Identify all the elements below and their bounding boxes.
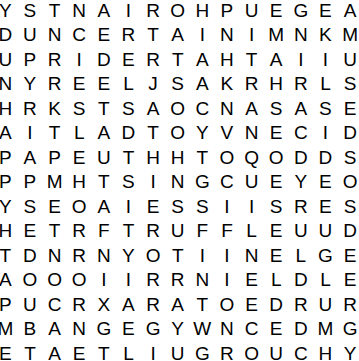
grid-cell-r5c10[interactable]: N <box>215 96 240 121</box>
grid-cell-r8c14[interactable]: E <box>313 170 338 195</box>
grid-cell-r5c15[interactable]: E <box>338 96 359 121</box>
grid-cell-r1c3[interactable]: T <box>42 0 67 23</box>
grid-cell-r7c2[interactable]: A <box>18 145 43 170</box>
grid-cell-r3c6[interactable]: E <box>116 47 141 72</box>
grid-cell-r9c10[interactable]: I <box>215 194 240 219</box>
grid-cell-r4c1[interactable]: N <box>0 72 18 97</box>
grid-cell-r6c5[interactable]: A <box>92 121 117 146</box>
grid-cell-r6c6[interactable]: D <box>116 121 141 146</box>
grid-cell-r2c15[interactable]: M <box>338 23 359 48</box>
grid-cell-r12c12[interactable]: L <box>264 268 289 293</box>
grid-cell-r5c14[interactable]: S <box>313 96 338 121</box>
grid-cell-r4c2[interactable]: Y <box>18 72 43 97</box>
grid-cell-r14c9[interactable]: W <box>190 317 215 342</box>
grid-cell-r6c13[interactable]: C <box>289 121 314 146</box>
grid-cell-r3c1[interactable]: U <box>0 47 18 72</box>
grid-cell-r9c2[interactable]: S <box>18 194 43 219</box>
grid-cell-r2c10[interactable]: N <box>215 23 240 48</box>
grid-cell-r11c11[interactable]: N <box>239 243 264 268</box>
grid-cell-r5c3[interactable]: K <box>42 96 67 121</box>
grid-cell-r10c3[interactable]: T <box>42 219 67 244</box>
grid-cell-r10c8[interactable]: U <box>165 219 190 244</box>
grid-cell-r3c10[interactable]: H <box>215 47 240 72</box>
grid-cell-r14c5[interactable]: G <box>92 317 117 342</box>
grid-cell-r8c2[interactable]: P <box>18 170 43 195</box>
grid-cell-r3c3[interactable]: R <box>42 47 67 72</box>
grid-cell-r15c10[interactable]: R <box>215 341 240 361</box>
grid-cell-r3c7[interactable]: R <box>141 47 166 72</box>
grid-cell-r9c6[interactable]: I <box>116 194 141 219</box>
grid-cell-r4c12[interactable]: H <box>264 72 289 97</box>
grid-cell-r9c9[interactable]: S <box>190 194 215 219</box>
grid-cell-r6c15[interactable]: D <box>338 121 359 146</box>
grid-cell-r15c2[interactable]: T <box>18 341 43 361</box>
grid-cell-r4c8[interactable]: S <box>165 72 190 97</box>
grid-cell-r1c10[interactable]: P <box>215 0 240 23</box>
grid-cell-r14c1[interactable]: M <box>0 317 18 342</box>
grid-cell-r7c6[interactable]: T <box>116 145 141 170</box>
grid-cell-r7c8[interactable]: H <box>165 145 190 170</box>
grid-cell-r15c1[interactable]: E <box>0 341 18 361</box>
grid-cell-r9c15[interactable]: S <box>338 194 359 219</box>
grid-cell-r12c9[interactable]: N <box>190 268 215 293</box>
grid-cell-r8c8[interactable]: N <box>165 170 190 195</box>
grid-cell-r1c11[interactable]: U <box>239 0 264 23</box>
grid-cell-r9c12[interactable]: S <box>264 194 289 219</box>
grid-cell-r14c2[interactable]: B <box>18 317 43 342</box>
grid-cell-r10c13[interactable]: U <box>289 219 314 244</box>
grid-cell-r2c6[interactable]: R <box>116 23 141 48</box>
grid-cell-r1c2[interactable]: S <box>18 0 43 23</box>
grid-cell-r13c4[interactable]: R <box>67 292 92 317</box>
grid-cell-r1c7[interactable]: R <box>141 0 166 23</box>
grid-cell-r6c9[interactable]: Y <box>190 121 215 146</box>
grid-cell-r7c5[interactable]: U <box>92 145 117 170</box>
grid-cell-r2c4[interactable]: C <box>67 23 92 48</box>
grid-cell-r15c11[interactable]: O <box>239 341 264 361</box>
grid-cell-r10c4[interactable]: R <box>67 219 92 244</box>
grid-cell-r4c5[interactable]: E <box>92 72 117 97</box>
grid-cell-r10c1[interactable]: H <box>0 219 18 244</box>
grid-cell-r5c4[interactable]: S <box>67 96 92 121</box>
grid-cell-r14c14[interactable]: M <box>313 317 338 342</box>
grid-cell-r2c1[interactable]: D <box>0 23 18 48</box>
grid-cell-r4c10[interactable]: K <box>215 72 240 97</box>
grid-cell-r12c2[interactable]: O <box>18 268 43 293</box>
grid-cell-r11c5[interactable]: N <box>92 243 117 268</box>
grid-cell-r8c10[interactable]: C <box>215 170 240 195</box>
grid-cell-r4c9[interactable]: A <box>190 72 215 97</box>
grid-cell-r15c14[interactable]: H <box>313 341 338 361</box>
grid-cell-r13c14[interactable]: U <box>313 292 338 317</box>
grid-cell-r7c12[interactable]: O <box>264 145 289 170</box>
grid-cell-r11c2[interactable]: D <box>18 243 43 268</box>
grid-cell-r14c6[interactable]: E <box>116 317 141 342</box>
grid-cell-r6c7[interactable]: T <box>141 121 166 146</box>
grid-cell-r2c9[interactable]: I <box>190 23 215 48</box>
grid-cell-r15c12[interactable]: U <box>264 341 289 361</box>
grid-cell-r12c6[interactable]: I <box>116 268 141 293</box>
grid-cell-r13c13[interactable]: R <box>289 292 314 317</box>
grid-cell-r13c11[interactable]: E <box>239 292 264 317</box>
grid-cell-r8c11[interactable]: U <box>239 170 264 195</box>
word-search-grid: YSTNAIROHPUEGEADUNCERTAINIMNKMUPRIDERTAH… <box>0 0 359 361</box>
grid-cell-r8c1[interactable]: P <box>0 170 18 195</box>
grid-cell-r1c12[interactable]: E <box>264 0 289 23</box>
grid-cell-r10c10[interactable]: F <box>215 219 240 244</box>
grid-cell-r3c2[interactable]: P <box>18 47 43 72</box>
grid-cell-r2c14[interactable]: K <box>313 23 338 48</box>
grid-cell-r12c10[interactable]: I <box>215 268 240 293</box>
grid-cell-r11c10[interactable]: I <box>215 243 240 268</box>
grid-cell-r1c4[interactable]: N <box>67 0 92 23</box>
grid-cell-r14c10[interactable]: N <box>215 317 240 342</box>
grid-cell-r11c15[interactable]: E <box>338 243 359 268</box>
grid-cell-r11c1[interactable]: T <box>0 243 18 268</box>
grid-cell-r6c1[interactable]: A <box>0 121 18 146</box>
grid-cell-r2c13[interactable]: N <box>289 23 314 48</box>
grid-cell-r15c8[interactable]: U <box>165 341 190 361</box>
grid-cell-r9c11[interactable]: I <box>239 194 264 219</box>
grid-cell-r15c7[interactable]: I <box>141 341 166 361</box>
grid-cell-r3c9[interactable]: A <box>190 47 215 72</box>
grid-cell-r14c7[interactable]: G <box>141 317 166 342</box>
grid-cell-r14c8[interactable]: Y <box>165 317 190 342</box>
grid-cell-r11c7[interactable]: O <box>141 243 166 268</box>
grid-cell-r13c1[interactable]: P <box>0 292 18 317</box>
grid-cell-r9c7[interactable]: E <box>141 194 166 219</box>
grid-cell-r8c12[interactable]: E <box>264 170 289 195</box>
grid-cell-r5c5[interactable]: T <box>92 96 117 121</box>
grid-cell-r15c13[interactable]: C <box>289 341 314 361</box>
grid-cell-r4c3[interactable]: R <box>42 72 67 97</box>
grid-cell-r10c2[interactable]: E <box>18 219 43 244</box>
grid-cell-r1c5[interactable]: A <box>92 0 117 23</box>
grid-cell-r5c9[interactable]: C <box>190 96 215 121</box>
grid-cell-r1c8[interactable]: O <box>165 0 190 23</box>
grid-cell-r3c13[interactable]: I <box>289 47 314 72</box>
grid-cell-r7c10[interactable]: O <box>215 145 240 170</box>
grid-cell-r9c4[interactable]: O <box>67 194 92 219</box>
grid-cell-r4c14[interactable]: L <box>313 72 338 97</box>
grid-cell-r13c5[interactable]: X <box>92 292 117 317</box>
grid-cell-r11c13[interactable]: L <box>289 243 314 268</box>
grid-cell-r13c3[interactable]: C <box>42 292 67 317</box>
grid-cell-r10c5[interactable]: F <box>92 219 117 244</box>
grid-cell-r6c3[interactable]: T <box>42 121 67 146</box>
grid-cell-r1c6[interactable]: I <box>116 0 141 23</box>
grid-cell-r8c3[interactable]: M <box>42 170 67 195</box>
grid-cell-r8c15[interactable]: O <box>338 170 359 195</box>
grid-cell-r2c8[interactable]: A <box>165 23 190 48</box>
grid-cell-r5c12[interactable]: S <box>264 96 289 121</box>
grid-cell-r8c5[interactable]: T <box>92 170 117 195</box>
grid-cell-r12c15[interactable]: E <box>338 268 359 293</box>
grid-cell-r3c8[interactable]: T <box>165 47 190 72</box>
grid-cell-r6c12[interactable]: E <box>264 121 289 146</box>
grid-cell-r3c11[interactable]: T <box>239 47 264 72</box>
grid-cell-r8c7[interactable]: I <box>141 170 166 195</box>
grid-cell-r12c14[interactable]: L <box>313 268 338 293</box>
grid-cell-r6c4[interactable]: L <box>67 121 92 146</box>
grid-cell-r10c9[interactable]: F <box>190 219 215 244</box>
grid-cell-r1c14[interactable]: E <box>313 0 338 23</box>
grid-cell-r13c7[interactable]: R <box>141 292 166 317</box>
grid-cell-r8c4[interactable]: H <box>67 170 92 195</box>
grid-cell-r7c14[interactable]: D <box>313 145 338 170</box>
grid-cell-r7c15[interactable]: S <box>338 145 359 170</box>
grid-cell-r9c8[interactable]: S <box>165 194 190 219</box>
grid-cell-r5c13[interactable]: A <box>289 96 314 121</box>
grid-cell-r7c4[interactable]: E <box>67 145 92 170</box>
grid-cell-r13c8[interactable]: A <box>165 292 190 317</box>
grid-cell-r13c6[interactable]: A <box>116 292 141 317</box>
grid-cell-r7c13[interactable]: D <box>289 145 314 170</box>
grid-cell-r12c1[interactable]: A <box>0 268 18 293</box>
grid-cell-r11c4[interactable]: R <box>67 243 92 268</box>
grid-cell-r11c3[interactable]: N <box>42 243 67 268</box>
grid-cell-r6c2[interactable]: I <box>18 121 43 146</box>
grid-cell-r13c2[interactable]: U <box>18 292 43 317</box>
grid-cell-r4c7[interactable]: J <box>141 72 166 97</box>
grid-cell-r5c7[interactable]: A <box>141 96 166 121</box>
grid-cell-r2c3[interactable]: N <box>42 23 67 48</box>
grid-cell-r13c10[interactable]: O <box>215 292 240 317</box>
grid-cell-r5c6[interactable]: S <box>116 96 141 121</box>
grid-cell-r9c13[interactable]: R <box>289 194 314 219</box>
grid-cell-r2c11[interactable]: I <box>239 23 264 48</box>
grid-cell-r1c13[interactable]: G <box>289 0 314 23</box>
grid-cell-r7c1[interactable]: P <box>0 145 18 170</box>
grid-cell-r13c12[interactable]: D <box>264 292 289 317</box>
grid-cell-r14c3[interactable]: A <box>42 317 67 342</box>
grid-cell-r4c13[interactable]: R <box>289 72 314 97</box>
grid-cell-r12c13[interactable]: D <box>289 268 314 293</box>
grid-cell-r4c15[interactable]: S <box>338 72 359 97</box>
grid-cell-r3c4[interactable]: I <box>67 47 92 72</box>
grid-cell-r8c6[interactable]: S <box>116 170 141 195</box>
grid-cell-r12c11[interactable]: E <box>239 268 264 293</box>
grid-cell-r6c11[interactable]: N <box>239 121 264 146</box>
grid-cell-r12c7[interactable]: R <box>141 268 166 293</box>
grid-cell-r12c4[interactable]: O <box>67 268 92 293</box>
grid-cell-r9c1[interactable]: Y <box>0 194 18 219</box>
grid-cell-r14c4[interactable]: N <box>67 317 92 342</box>
grid-cell-r5c8[interactable]: O <box>165 96 190 121</box>
grid-cell-r3c15[interactable]: U <box>338 47 359 72</box>
grid-cell-r3c5[interactable]: D <box>92 47 117 72</box>
grid-cell-r10c12[interactable]: E <box>264 219 289 244</box>
grid-cell-r10c14[interactable]: U <box>313 219 338 244</box>
grid-cell-r7c9[interactable]: T <box>190 145 215 170</box>
grid-cell-r11c9[interactable]: I <box>190 243 215 268</box>
grid-cell-r10c6[interactable]: T <box>116 219 141 244</box>
grid-cell-r15c9[interactable]: G <box>190 341 215 361</box>
grid-cell-r10c11[interactable]: L <box>239 219 264 244</box>
grid-cell-r1c9[interactable]: H <box>190 0 215 23</box>
grid-cell-r4c11[interactable]: R <box>239 72 264 97</box>
grid-cell-r15c5[interactable]: T <box>92 341 117 361</box>
grid-cell-r13c15[interactable]: R <box>338 292 359 317</box>
grid-cell-r10c7[interactable]: R <box>141 219 166 244</box>
grid-cell-r15c4[interactable]: E <box>67 341 92 361</box>
grid-cell-r11c12[interactable]: E <box>264 243 289 268</box>
grid-cell-r12c5[interactable]: I <box>92 268 117 293</box>
grid-cell-r2c5[interactable]: E <box>92 23 117 48</box>
grid-cell-r13c9[interactable]: T <box>190 292 215 317</box>
grid-cell-r14c15[interactable]: G <box>338 317 359 342</box>
grid-cell-r11c8[interactable]: T <box>165 243 190 268</box>
grid-cell-r14c13[interactable]: D <box>289 317 314 342</box>
grid-cell-r6c8[interactable]: O <box>165 121 190 146</box>
grid-cell-r15c6[interactable]: L <box>116 341 141 361</box>
grid-cell-r10c15[interactable]: D <box>338 219 359 244</box>
grid-cell-r14c11[interactable]: C <box>239 317 264 342</box>
grid-cell-r8c13[interactable]: Y <box>289 170 314 195</box>
grid-cell-r4c6[interactable]: L <box>116 72 141 97</box>
grid-cell-r9c5[interactable]: A <box>92 194 117 219</box>
grid-cell-r15c15[interactable]: Y <box>338 341 359 361</box>
grid-cell-r2c7[interactable]: T <box>141 23 166 48</box>
grid-cell-r2c2[interactable]: U <box>18 23 43 48</box>
grid-cell-r3c12[interactable]: A <box>264 47 289 72</box>
grid-cell-r5c1[interactable]: H <box>0 96 18 121</box>
grid-cell-r9c14[interactable]: E <box>313 194 338 219</box>
grid-cell-r6c10[interactable]: V <box>215 121 240 146</box>
grid-cell-r14c12[interactable]: E <box>264 317 289 342</box>
grid-cell-r8c9[interactable]: G <box>190 170 215 195</box>
grid-cell-r5c2[interactable]: R <box>18 96 43 121</box>
grid-cell-r7c7[interactable]: H <box>141 145 166 170</box>
grid-cell-r12c8[interactable]: R <box>165 268 190 293</box>
grid-cell-r1c15[interactable]: A <box>338 0 359 23</box>
grid-cell-r3c14[interactable]: I <box>313 47 338 72</box>
grid-cell-r1c1[interactable]: Y <box>0 0 18 23</box>
grid-cell-r11c6[interactable]: Y <box>116 243 141 268</box>
grid-cell-r11c14[interactable]: G <box>313 243 338 268</box>
grid-cell-r4c4[interactable]: E <box>67 72 92 97</box>
grid-cell-r6c14[interactable]: I <box>313 121 338 146</box>
grid-cell-r9c3[interactable]: E <box>42 194 67 219</box>
grid-cell-r7c11[interactable]: Q <box>239 145 264 170</box>
grid-cell-r7c3[interactable]: P <box>42 145 67 170</box>
grid-cell-r5c11[interactable]: A <box>239 96 264 121</box>
grid-cell-r15c3[interactable]: A <box>42 341 67 361</box>
grid-cell-r12c3[interactable]: O <box>42 268 67 293</box>
grid-cell-r2c12[interactable]: M <box>264 23 289 48</box>
